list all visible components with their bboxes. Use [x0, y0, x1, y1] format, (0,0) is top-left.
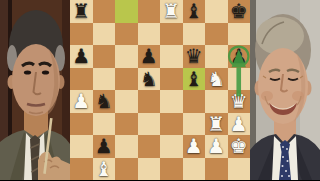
- square-a3[interactable]: [70, 113, 93, 136]
- square-g7[interactable]: [205, 23, 228, 46]
- square-g2[interactable]: ♟: [205, 135, 228, 158]
- square-h5[interactable]: [228, 68, 251, 91]
- karpov-photo: [250, 0, 320, 180]
- square-g8[interactable]: [205, 0, 228, 23]
- piece-black-knight-d5: ♞: [138, 68, 161, 91]
- square-d1[interactable]: [138, 158, 161, 181]
- square-b4[interactable]: ♞: [93, 90, 116, 113]
- piece-black-queen-f6: ♛: [183, 45, 206, 68]
- square-a2[interactable]: [70, 135, 93, 158]
- piece-white-bishop-b1: ♝: [93, 158, 116, 181]
- square-e1[interactable]: [160, 158, 183, 181]
- piece-white-rook-e8: ♜: [160, 0, 183, 23]
- square-c1[interactable]: [115, 158, 138, 181]
- piece-black-bishop-f5: ♝: [183, 68, 206, 91]
- piece-black-knight-b4: ♞: [93, 90, 116, 113]
- square-f1[interactable]: [183, 158, 206, 181]
- square-g6[interactable]: [205, 45, 228, 68]
- square-a1[interactable]: [70, 158, 93, 181]
- square-b6[interactable]: [93, 45, 116, 68]
- square-a4[interactable]: ♟: [70, 90, 93, 113]
- kasparov-photo: [0, 0, 70, 180]
- square-g1[interactable]: [205, 158, 228, 181]
- piece-white-pawn-h3: ♟: [228, 113, 251, 136]
- square-e7[interactable]: [160, 23, 183, 46]
- piece-white-knight-g5: ♞: [205, 68, 228, 91]
- square-g3[interactable]: ♜: [205, 113, 228, 136]
- piece-white-rook-g3: ♜: [205, 113, 228, 136]
- square-a5[interactable]: [70, 68, 93, 91]
- piece-white-queen-h4: ♛: [228, 90, 251, 113]
- square-h2[interactable]: ♚: [228, 135, 251, 158]
- square-f7[interactable]: [183, 23, 206, 46]
- square-e4[interactable]: [160, 90, 183, 113]
- square-f3[interactable]: [183, 113, 206, 136]
- square-d2[interactable]: [138, 135, 161, 158]
- piece-black-pawn-h6: ♟: [228, 45, 251, 68]
- square-b5[interactable]: [93, 68, 116, 91]
- square-c6[interactable]: [115, 45, 138, 68]
- square-c2[interactable]: [115, 135, 138, 158]
- piece-black-king-h8: ♚: [228, 0, 251, 23]
- square-d8[interactable]: [138, 0, 161, 23]
- square-f5[interactable]: ♝: [183, 68, 206, 91]
- square-e2[interactable]: [160, 135, 183, 158]
- square-b2[interactable]: ♟: [93, 135, 116, 158]
- square-e6[interactable]: [160, 45, 183, 68]
- square-e8[interactable]: ♜: [160, 0, 183, 23]
- video-thumbnail[interactable]: ♜♜♝♚♟♟♛♟♞♝♞♟♞♛♜♟♟♟♟♚♝: [0, 0, 320, 180]
- square-g5[interactable]: ♞: [205, 68, 228, 91]
- piece-black-pawn-d6: ♟: [138, 45, 161, 68]
- square-a6[interactable]: ♟: [70, 45, 93, 68]
- square-d6[interactable]: ♟: [138, 45, 161, 68]
- square-f6[interactable]: ♛: [183, 45, 206, 68]
- square-d3[interactable]: [138, 113, 161, 136]
- square-e3[interactable]: [160, 113, 183, 136]
- board-grid: ♜♜♝♚♟♟♛♟♞♝♞♟♞♛♜♟♟♟♟♚♝: [70, 0, 250, 180]
- square-b1[interactable]: ♝: [93, 158, 116, 181]
- square-h1[interactable]: [228, 158, 251, 181]
- square-h6[interactable]: ♟: [228, 45, 251, 68]
- piece-black-pawn-b2: ♟: [93, 135, 116, 158]
- square-d7[interactable]: [138, 23, 161, 46]
- square-e5[interactable]: [160, 68, 183, 91]
- square-h4[interactable]: ♛: [228, 90, 251, 113]
- square-b7[interactable]: [93, 23, 116, 46]
- square-c8[interactable]: [115, 0, 138, 23]
- square-b8[interactable]: [93, 0, 116, 23]
- piece-white-pawn-a4: ♟: [70, 90, 93, 113]
- piece-black-rook-a8: ♜: [70, 0, 93, 23]
- square-c4[interactable]: [115, 90, 138, 113]
- piece-black-pawn-a6: ♟: [70, 45, 93, 68]
- square-c7[interactable]: [115, 23, 138, 46]
- square-h7[interactable]: [228, 23, 251, 46]
- square-g4[interactable]: [205, 90, 228, 113]
- square-d5[interactable]: ♞: [138, 68, 161, 91]
- piece-white-king-h2: ♚: [228, 135, 251, 158]
- square-a7[interactable]: [70, 23, 93, 46]
- square-c3[interactable]: [115, 113, 138, 136]
- square-f4[interactable]: [183, 90, 206, 113]
- square-c5[interactable]: [115, 68, 138, 91]
- piece-black-bishop-f8: ♝: [183, 0, 206, 23]
- square-f8[interactable]: ♝: [183, 0, 206, 23]
- square-f2[interactable]: ♟: [183, 135, 206, 158]
- square-b3[interactable]: [93, 113, 116, 136]
- square-h3[interactable]: ♟: [228, 113, 251, 136]
- square-a8[interactable]: ♜: [70, 0, 93, 23]
- square-h8[interactable]: ♚: [228, 0, 251, 23]
- square-d4[interactable]: [138, 90, 161, 113]
- piece-white-pawn-f2: ♟: [183, 135, 206, 158]
- piece-white-pawn-g2: ♟: [205, 135, 228, 158]
- chess-board: ♜♜♝♚♟♟♛♟♞♝♞♟♞♛♜♟♟♟♟♚♝: [70, 0, 250, 180]
